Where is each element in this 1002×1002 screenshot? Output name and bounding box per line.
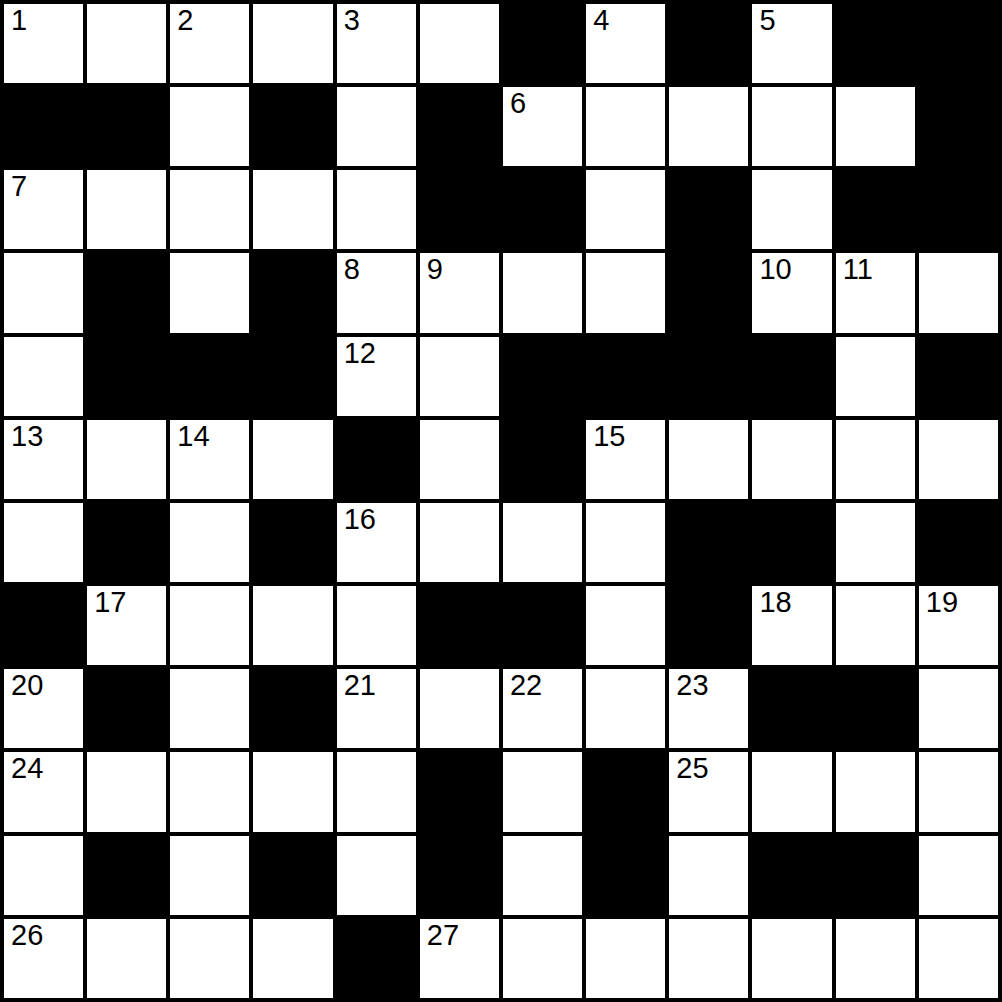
black-cell xyxy=(4,87,83,166)
crossword-cell[interactable] xyxy=(337,586,416,665)
crossword-cell[interactable] xyxy=(836,87,915,166)
crossword-cell[interactable] xyxy=(87,752,166,831)
crossword-cell[interactable]: 9 xyxy=(420,253,499,332)
crossword-cell[interactable] xyxy=(420,337,499,416)
crossword-cell[interactable]: 2 xyxy=(170,4,249,83)
clue-number: 9 xyxy=(427,255,443,284)
crossword-cell[interactable] xyxy=(337,752,416,831)
crossword-cell[interactable]: 21 xyxy=(337,669,416,748)
clue-number: 3 xyxy=(344,6,360,35)
crossword-cell[interactable]: 22 xyxy=(503,669,582,748)
black-cell xyxy=(669,253,748,332)
clue-number: 15 xyxy=(593,422,625,451)
crossword-cell[interactable]: 16 xyxy=(337,503,416,582)
crossword-cell[interactable] xyxy=(87,170,166,249)
crossword-cell[interactable] xyxy=(4,253,83,332)
black-cell xyxy=(170,337,249,416)
clue-number: 10 xyxy=(759,255,791,284)
crossword-cell[interactable] xyxy=(253,752,332,831)
black-cell xyxy=(420,170,499,249)
clue-number: 19 xyxy=(926,588,958,617)
black-cell xyxy=(87,337,166,416)
crossword-cell[interactable] xyxy=(420,503,499,582)
black-cell xyxy=(420,87,499,166)
crossword-cell[interactable] xyxy=(919,669,998,748)
crossword-cell[interactable]: 3 xyxy=(337,4,416,83)
black-cell xyxy=(836,170,915,249)
crossword-cell[interactable]: 17 xyxy=(87,586,166,665)
black-cell xyxy=(752,836,831,915)
crossword-cell[interactable] xyxy=(170,919,249,998)
black-cell xyxy=(503,586,582,665)
crossword-cell[interactable]: 10 xyxy=(752,253,831,332)
crossword-cell[interactable] xyxy=(170,253,249,332)
black-cell xyxy=(669,170,748,249)
black-cell xyxy=(87,669,166,748)
crossword-cell[interactable]: 4 xyxy=(586,4,665,83)
crossword-cell[interactable] xyxy=(87,420,166,499)
black-cell xyxy=(919,4,998,83)
black-cell xyxy=(919,503,998,582)
black-cell xyxy=(337,919,416,998)
crossword-cell[interactable]: 19 xyxy=(919,586,998,665)
crossword-cell[interactable]: 14 xyxy=(170,420,249,499)
crossword-cell[interactable] xyxy=(752,170,831,249)
crossword-cell[interactable]: 13 xyxy=(4,420,83,499)
crossword-cell[interactable] xyxy=(420,420,499,499)
black-cell xyxy=(87,253,166,332)
crossword-cell[interactable] xyxy=(586,586,665,665)
crossword-cell[interactable]: 20 xyxy=(4,669,83,748)
black-cell xyxy=(752,503,831,582)
crossword-cell[interactable] xyxy=(170,170,249,249)
crossword-cell[interactable] xyxy=(586,503,665,582)
crossword-cell[interactable]: 15 xyxy=(586,420,665,499)
crossword-cell[interactable] xyxy=(586,170,665,249)
crossword-cell[interactable] xyxy=(337,170,416,249)
crossword-cell[interactable] xyxy=(836,503,915,582)
black-cell xyxy=(669,586,748,665)
crossword-cell[interactable] xyxy=(170,503,249,582)
clue-number: 24 xyxy=(11,754,43,783)
crossword-cell[interactable]: 11 xyxy=(836,253,915,332)
crossword-cell[interactable] xyxy=(919,253,998,332)
crossword-cell[interactable]: 6 xyxy=(503,87,582,166)
crossword-cell[interactable] xyxy=(836,752,915,831)
black-cell xyxy=(253,87,332,166)
crossword-cell[interactable] xyxy=(4,337,83,416)
clue-number: 25 xyxy=(676,754,708,783)
crossword-cell[interactable]: 8 xyxy=(337,253,416,332)
crossword-cell[interactable] xyxy=(337,87,416,166)
clue-number: 23 xyxy=(676,671,708,700)
clue-number: 14 xyxy=(177,422,209,451)
crossword-cell[interactable] xyxy=(586,919,665,998)
black-cell xyxy=(669,503,748,582)
crossword-cell[interactable] xyxy=(87,4,166,83)
clue-number: 20 xyxy=(11,671,43,700)
black-cell xyxy=(836,836,915,915)
black-cell xyxy=(503,4,582,83)
black-cell xyxy=(503,337,582,416)
black-cell xyxy=(836,669,915,748)
crossword-cell[interactable] xyxy=(253,586,332,665)
crossword-cell[interactable] xyxy=(87,919,166,998)
crossword-cell[interactable] xyxy=(586,253,665,332)
crossword-cell[interactable] xyxy=(253,4,332,83)
black-cell xyxy=(420,752,499,831)
crossword-cell[interactable] xyxy=(420,669,499,748)
clue-number: 26 xyxy=(11,921,43,950)
black-cell xyxy=(420,586,499,665)
crossword-cell[interactable] xyxy=(170,836,249,915)
crossword-cell[interactable] xyxy=(170,752,249,831)
crossword-cell[interactable] xyxy=(752,919,831,998)
crossword-cell[interactable] xyxy=(503,836,582,915)
crossword-cell[interactable] xyxy=(253,919,332,998)
crossword-cell[interactable] xyxy=(752,87,831,166)
crossword-cell[interactable]: 26 xyxy=(4,919,83,998)
black-cell xyxy=(586,752,665,831)
black-cell xyxy=(919,170,998,249)
clue-number: 11 xyxy=(843,255,873,284)
black-cell xyxy=(253,669,332,748)
black-cell xyxy=(586,337,665,416)
clue-number: 12 xyxy=(344,339,376,368)
crossword-cell[interactable]: 25 xyxy=(669,752,748,831)
clue-number: 17 xyxy=(94,588,126,617)
clue-number: 8 xyxy=(344,255,360,284)
crossword-cell[interactable] xyxy=(919,919,998,998)
black-cell xyxy=(253,503,332,582)
crossword-cell[interactable] xyxy=(919,752,998,831)
black-cell xyxy=(253,836,332,915)
black-cell xyxy=(669,337,748,416)
crossword-cell[interactable] xyxy=(337,836,416,915)
clue-number: 18 xyxy=(759,588,791,617)
black-cell xyxy=(586,836,665,915)
crossword-cell[interactable]: 18 xyxy=(752,586,831,665)
clue-number: 5 xyxy=(759,6,775,35)
crossword-cell[interactable] xyxy=(253,420,332,499)
crossword-cell[interactable]: 24 xyxy=(4,752,83,831)
crossword-cell[interactable] xyxy=(919,420,998,499)
crossword-cell[interactable] xyxy=(836,586,915,665)
crossword-cell[interactable] xyxy=(669,420,748,499)
black-cell xyxy=(752,337,831,416)
crossword-cell[interactable] xyxy=(4,836,83,915)
clue-number: 21 xyxy=(344,671,376,700)
crossword-cell[interactable] xyxy=(170,586,249,665)
crossword-cell[interactable] xyxy=(586,669,665,748)
crossword-cell[interactable] xyxy=(669,919,748,998)
black-cell xyxy=(337,420,416,499)
clue-number: 7 xyxy=(11,172,27,201)
black-cell xyxy=(253,253,332,332)
crossword-cell[interactable] xyxy=(836,337,915,416)
clue-number: 16 xyxy=(344,505,376,534)
black-cell xyxy=(919,87,998,166)
crossword-cell[interactable]: 5 xyxy=(752,4,831,83)
clue-number: 1 xyxy=(11,6,27,35)
clue-number: 22 xyxy=(510,671,542,700)
crossword-cell[interactable]: 7 xyxy=(4,170,83,249)
black-cell xyxy=(87,836,166,915)
crossword-cell[interactable] xyxy=(420,4,499,83)
crossword-cell[interactable] xyxy=(836,919,915,998)
clue-number: 6 xyxy=(510,89,526,118)
crossword-cell[interactable] xyxy=(253,170,332,249)
crossword-cell[interactable] xyxy=(503,503,582,582)
crossword-cell[interactable] xyxy=(503,752,582,831)
clue-number: 2 xyxy=(177,6,193,35)
crossword-cell[interactable]: 23 xyxy=(669,669,748,748)
crossword-cell[interactable] xyxy=(752,752,831,831)
crossword-cell[interactable]: 12 xyxy=(337,337,416,416)
crossword-cell[interactable] xyxy=(170,669,249,748)
crossword-board: 1234567891011121314151617181920212223242… xyxy=(0,0,1002,1002)
black-cell xyxy=(253,337,332,416)
crossword-cell[interactable] xyxy=(4,503,83,582)
crossword-cell[interactable] xyxy=(752,420,831,499)
black-cell xyxy=(752,669,831,748)
clue-number: 27 xyxy=(427,921,459,950)
black-cell xyxy=(503,170,582,249)
crossword-cell[interactable]: 1 xyxy=(4,4,83,83)
black-cell xyxy=(919,337,998,416)
crossword-cell[interactable] xyxy=(836,420,915,499)
crossword-cell[interactable] xyxy=(669,836,748,915)
crossword-cell[interactable] xyxy=(503,919,582,998)
black-cell xyxy=(669,4,748,83)
black-cell xyxy=(4,586,83,665)
crossword-cell[interactable] xyxy=(669,87,748,166)
crossword-cell[interactable] xyxy=(586,87,665,166)
black-cell xyxy=(503,420,582,499)
black-cell xyxy=(87,503,166,582)
crossword-cell[interactable] xyxy=(170,87,249,166)
black-cell xyxy=(87,87,166,166)
black-cell xyxy=(836,4,915,83)
crossword-cell[interactable] xyxy=(919,836,998,915)
crossword-cell[interactable] xyxy=(503,253,582,332)
clue-number: 4 xyxy=(593,6,609,35)
clue-number: 13 xyxy=(11,422,43,451)
crossword-cell[interactable]: 27 xyxy=(420,919,499,998)
black-cell xyxy=(420,836,499,915)
